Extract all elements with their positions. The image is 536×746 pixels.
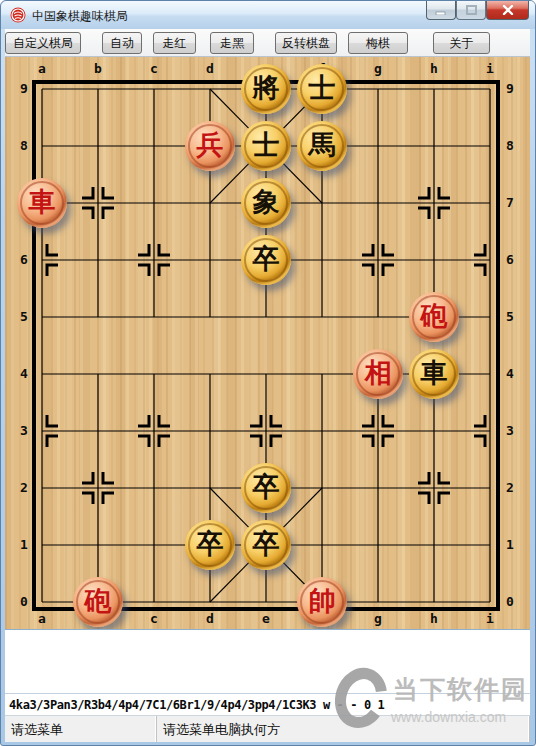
board-panel[interactable]: aabbccddeeffgghhii99887766554433221100 將…	[5, 57, 530, 629]
status-panel-menu-hint: 请选菜单	[5, 716, 157, 742]
piece-black-e2[interactable]: 卒	[241, 463, 291, 513]
fen-text: 4ka3/3Pan3/R3b4/4p4/7C1/6Br1/9/4p4/3pp4/…	[5, 698, 384, 712]
piece-red-h5[interactable]: 砲	[409, 292, 459, 342]
piece-glyph: 帥	[309, 587, 336, 614]
piece-glyph: 卒	[253, 245, 280, 272]
piece-black-e9[interactable]: 將	[241, 64, 291, 114]
piece-glyph: 相	[365, 359, 392, 386]
undo-move-button[interactable]: 梅棋	[348, 32, 408, 54]
piece-glyph: 將	[253, 74, 280, 101]
piece-red-f0[interactable]: 帥	[297, 577, 347, 627]
titlebar: 中国象棋趣味棋局	[1, 1, 536, 29]
piece-glyph: 兵	[197, 131, 224, 158]
piece-glyph: 士	[309, 74, 336, 101]
status-panel-computer-side-hint: 请选菜单电脑执何方	[157, 716, 530, 742]
piece-black-e6[interactable]: 卒	[241, 235, 291, 285]
piece-red-d8[interactable]: 兵	[185, 121, 235, 171]
window-title: 中国象棋趣味棋局	[32, 8, 128, 25]
maximize-button[interactable]	[456, 1, 486, 20]
status-bar: 请选菜单 请选菜单电脑执何方	[5, 715, 530, 742]
piece-glyph: 卒	[253, 530, 280, 557]
piece-glyph: 砲	[85, 587, 112, 614]
maximize-icon	[466, 5, 477, 15]
auto-button[interactable]: 自动	[102, 32, 142, 54]
piece-glyph: 士	[253, 131, 280, 158]
piece-red-a7[interactable]: 車	[17, 178, 67, 228]
piece-glyph: 馬	[309, 131, 336, 158]
flip-board-button[interactable]: 反转棋盘	[275, 32, 337, 54]
piece-black-f9[interactable]: 士	[297, 64, 347, 114]
minimize-button[interactable]	[426, 1, 456, 20]
app-window: 中国象棋趣味棋局 自定义棋局 自动 走红 走黑 反转棋盘 梅棋 关于 aabbc…	[0, 0, 536, 746]
piece-glyph: 砲	[421, 302, 448, 329]
piece-black-e1[interactable]: 卒	[241, 520, 291, 570]
pieces-layer: 將士兵士馬車象卒砲相車卒卒卒砲帥	[14, 60, 518, 630]
piece-glyph: 卒	[197, 530, 224, 557]
piece-glyph: 車	[29, 188, 56, 215]
piece-glyph: 象	[253, 188, 280, 215]
app-icon	[10, 7, 26, 23]
custom-setup-button[interactable]: 自定义棋局	[5, 32, 81, 54]
piece-black-e8[interactable]: 士	[241, 121, 291, 171]
piece-black-f8[interactable]: 馬	[297, 121, 347, 171]
piece-black-d1[interactable]: 卒	[185, 520, 235, 570]
piece-glyph: 卒	[253, 473, 280, 500]
black-move-button[interactable]: 走黑	[210, 32, 254, 54]
piece-black-h4[interactable]: 車	[409, 349, 459, 399]
piece-black-e7[interactable]: 象	[241, 178, 291, 228]
minimize-icon	[435, 6, 447, 15]
toolbar: 自定义棋局 自动 走红 走黑 反转棋盘 梅棋 关于	[5, 29, 530, 57]
fen-bar: 4ka3/3Pan3/R3b4/4p4/7C1/6Br1/9/4p4/3pp4/…	[5, 693, 530, 715]
close-button[interactable]	[486, 1, 529, 20]
piece-red-b0[interactable]: 砲	[73, 577, 123, 627]
close-icon	[502, 5, 514, 15]
red-move-button[interactable]: 走红	[153, 32, 196, 54]
piece-red-g4[interactable]: 相	[353, 349, 403, 399]
about-button[interactable]: 关于	[433, 32, 490, 54]
piece-glyph: 車	[421, 359, 448, 386]
move-list[interactable]	[5, 629, 530, 693]
